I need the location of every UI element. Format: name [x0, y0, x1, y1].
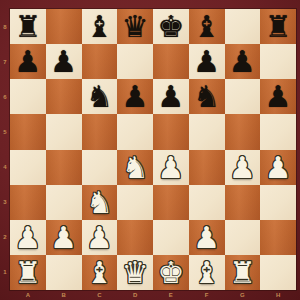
- square-b4: [46, 150, 82, 185]
- square-a5: [10, 114, 46, 149]
- square-g7: ♟: [225, 44, 261, 79]
- black-knight-f6: ♞: [193, 79, 220, 114]
- square-f3: [189, 185, 225, 220]
- square-e2: [153, 220, 189, 255]
- square-a4: [10, 150, 46, 185]
- square-a6: [10, 79, 46, 114]
- square-e4: ♟: [153, 150, 189, 185]
- square-a3: [10, 185, 46, 220]
- square-b5: [46, 114, 82, 149]
- black-pawn-f7: ♟: [193, 44, 220, 79]
- square-e5: [153, 114, 189, 149]
- square-c2: ♟: [82, 220, 118, 255]
- file-label-d: D: [117, 290, 153, 300]
- black-knight-c6: ♞: [86, 79, 113, 114]
- square-c6: ♞: [82, 79, 118, 114]
- rank-label-7: 7: [0, 44, 10, 79]
- white-rook-a1: ♜: [14, 255, 41, 290]
- square-c7: [82, 44, 118, 79]
- black-pawn-g7: ♟: [229, 44, 256, 79]
- file-label-g: G: [225, 290, 261, 300]
- square-a1: ♜: [10, 255, 46, 290]
- white-pawn-c2: ♟: [86, 220, 113, 255]
- white-rook-g1: ♜: [229, 255, 256, 290]
- square-c3: ♞: [82, 185, 118, 220]
- square-d2: [117, 220, 153, 255]
- white-pawn-h4: ♟: [265, 150, 292, 185]
- square-d8: ♛: [117, 9, 153, 44]
- square-f6: ♞: [189, 79, 225, 114]
- square-h3: [260, 185, 296, 220]
- square-f2: ♟: [189, 220, 225, 255]
- black-pawn-a7: ♟: [14, 44, 41, 79]
- black-pawn-e6: ♟: [157, 79, 184, 114]
- square-e1: ♚: [153, 255, 189, 290]
- square-c5: [82, 114, 118, 149]
- square-h2: [260, 220, 296, 255]
- black-queen-d8: ♛: [122, 9, 149, 44]
- square-g6: [225, 79, 261, 114]
- square-e6: ♟: [153, 79, 189, 114]
- square-d6: ♟: [117, 79, 153, 114]
- square-b6: [46, 79, 82, 114]
- file-label-h: H: [260, 290, 296, 300]
- square-g2: [225, 220, 261, 255]
- square-f1: ♝: [189, 255, 225, 290]
- square-h4: ♟: [260, 150, 296, 185]
- square-d1: ♛: [117, 255, 153, 290]
- square-g1: ♜: [225, 255, 261, 290]
- square-h1: [260, 255, 296, 290]
- square-e7: [153, 44, 189, 79]
- chess-board: ♜♝♛♚♝♜♟♟♟♟♞♟♟♞♟♞♟♟♟♞♟♟♟♟♜♝♛♚♝♜: [10, 9, 296, 290]
- square-a2: ♟: [10, 220, 46, 255]
- square-d5: [117, 114, 153, 149]
- black-rook-a8: ♜: [14, 9, 41, 44]
- white-pawn-g4: ♟: [229, 150, 256, 185]
- file-label-c: C: [82, 290, 118, 300]
- square-f4: [189, 150, 225, 185]
- square-b3: [46, 185, 82, 220]
- chess-diagram: 87654321 ♜♝♛♚♝♜♟♟♟♟♞♟♟♞♟♞♟♟♟♞♟♟♟♟♜♝♛♚♝♜ …: [0, 0, 300, 300]
- square-b7: ♟: [46, 44, 82, 79]
- file-label-b: B: [46, 290, 82, 300]
- square-g8: [225, 9, 261, 44]
- rank-label-8: 8: [0, 9, 10, 44]
- white-pawn-e4: ♟: [157, 150, 184, 185]
- file-labels: ABCDEFGH: [10, 290, 296, 300]
- black-pawn-d6: ♟: [122, 79, 149, 114]
- square-d7: [117, 44, 153, 79]
- black-pawn-h6: ♟: [265, 79, 292, 114]
- black-king-e8: ♚: [157, 9, 184, 44]
- square-f8: ♝: [189, 9, 225, 44]
- white-bishop-f1: ♝: [193, 255, 220, 290]
- white-knight-d4: ♞: [122, 150, 149, 185]
- square-b2: ♟: [46, 220, 82, 255]
- black-bishop-c8: ♝: [86, 9, 113, 44]
- black-pawn-b7: ♟: [50, 44, 77, 79]
- file-label-f: F: [189, 290, 225, 300]
- square-f7: ♟: [189, 44, 225, 79]
- file-label-e: E: [153, 290, 189, 300]
- square-e8: ♚: [153, 9, 189, 44]
- rank-labels: 87654321: [0, 9, 10, 290]
- file-label-a: A: [10, 290, 46, 300]
- black-rook-h8: ♜: [265, 9, 292, 44]
- white-pawn-f2: ♟: [193, 220, 220, 255]
- white-king-e1: ♚: [157, 255, 184, 290]
- white-queen-d1: ♛: [122, 255, 149, 290]
- square-d4: ♞: [117, 150, 153, 185]
- rank-label-3: 3: [0, 185, 10, 220]
- rank-label-5: 5: [0, 114, 10, 149]
- black-bishop-f8: ♝: [193, 9, 220, 44]
- square-c4: [82, 150, 118, 185]
- rank-label-6: 6: [0, 79, 10, 114]
- square-a8: ♜: [10, 9, 46, 44]
- square-g5: [225, 114, 261, 149]
- square-g4: ♟: [225, 150, 261, 185]
- square-c8: ♝: [82, 9, 118, 44]
- rank-label-4: 4: [0, 150, 10, 185]
- white-pawn-a2: ♟: [14, 220, 41, 255]
- square-f5: [189, 114, 225, 149]
- square-d3: [117, 185, 153, 220]
- square-h6: ♟: [260, 79, 296, 114]
- rank-label-2: 2: [0, 220, 10, 255]
- square-a7: ♟: [10, 44, 46, 79]
- square-b8: [46, 9, 82, 44]
- square-h5: [260, 114, 296, 149]
- white-bishop-c1: ♝: [86, 255, 113, 290]
- square-h7: [260, 44, 296, 79]
- square-g3: [225, 185, 261, 220]
- square-e3: [153, 185, 189, 220]
- white-pawn-b2: ♟: [50, 220, 77, 255]
- square-c1: ♝: [82, 255, 118, 290]
- rank-label-1: 1: [0, 255, 10, 290]
- square-b1: [46, 255, 82, 290]
- square-h8: ♜: [260, 9, 296, 44]
- white-knight-c3: ♞: [86, 185, 113, 220]
